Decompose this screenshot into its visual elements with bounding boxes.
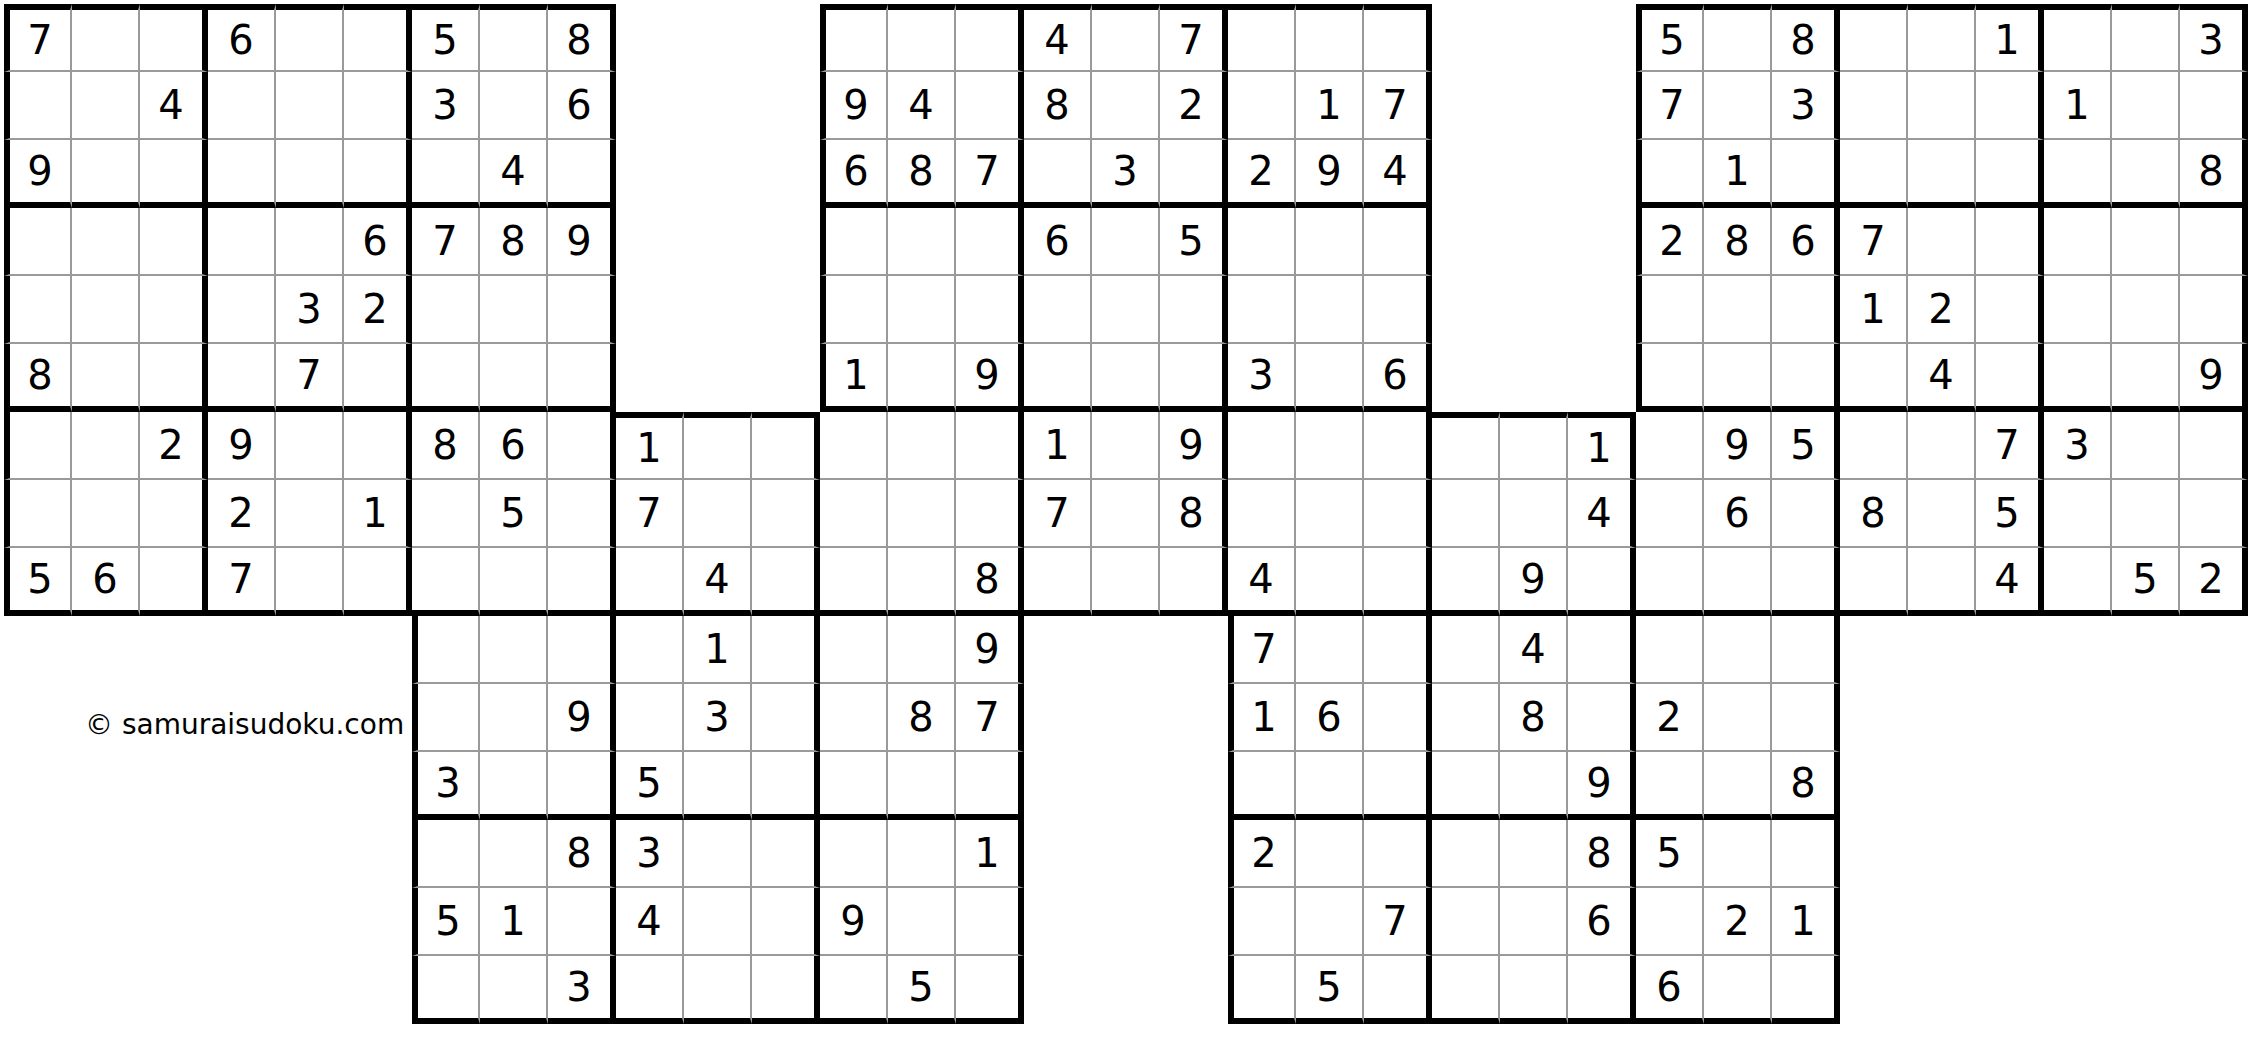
cell-bottom_left-r7c2[interactable] [480, 820, 548, 888]
cell-top_middle-r1c7[interactable] [1228, 4, 1296, 72]
cell-top_right-r6c4[interactable] [1840, 344, 1908, 412]
cell-top_left-r9c6[interactable] [344, 548, 412, 616]
cell-top_middle-r7c1[interactable] [820, 412, 888, 480]
cell-top_left-r7c5[interactable] [276, 412, 344, 480]
cell-top_middle-r3c4[interactable] [1024, 140, 1092, 208]
cell-top_right-r5c9[interactable] [2180, 276, 2248, 344]
cell-top_left-r9c1: 5 [4, 548, 72, 616]
cell-bottom_right-r4c7[interactable] [1636, 616, 1704, 684]
cell-bottom_left-r3c4[interactable] [616, 548, 684, 616]
cell-bottom_left-r4c2[interactable] [480, 616, 548, 684]
cell-top_middle-r4c4: 6 [1024, 208, 1092, 276]
cell-bottom_left-r1c4: 1 [616, 412, 684, 480]
cell-bottom_right-r7c8[interactable] [1704, 820, 1772, 888]
cell-top_right-r9c4[interactable] [1840, 548, 1908, 616]
cell-bottom_left-r5c4[interactable] [616, 684, 684, 752]
cell-bottom_left-r6c6[interactable] [752, 752, 820, 820]
cell-top_middle-r5c8[interactable] [1296, 276, 1364, 344]
cell-bottom_left-r6c3[interactable] [548, 752, 616, 820]
cell-bottom_right-r4c1: 7 [1228, 616, 1296, 684]
cell-top_left-r9c9[interactable] [548, 548, 616, 616]
cell-top_right-r8c1[interactable] [1636, 480, 1704, 548]
cell-top_left-r5c4[interactable] [208, 276, 276, 344]
samurai-sudoku-board: 7658436946789328729862155674794821768732… [0, 0, 2264, 1050]
cell-top_left-r3c4[interactable] [208, 140, 276, 208]
cell-bottom_right-r9c1[interactable] [1228, 956, 1296, 1024]
cell-top_middle-r8c1[interactable] [820, 480, 888, 548]
cell-top_middle-r6c8[interactable] [1296, 344, 1364, 412]
cell-top_middle-r2c2: 4 [888, 72, 956, 140]
board-grid: 7658436946789328729862155674794821768732… [4, 4, 2248, 1024]
cell-bottom_right-r8c3: 7 [1364, 888, 1432, 956]
cell-top_right-r7c1[interactable] [1636, 412, 1704, 480]
cell-top_middle-r4c1[interactable] [820, 208, 888, 276]
cell-top_left-r2c6[interactable] [344, 72, 412, 140]
cell-top_right-r7c9[interactable] [2180, 412, 2248, 480]
cell-top_right-r5c3[interactable] [1772, 276, 1840, 344]
cell-bottom_right-r5c4[interactable] [1432, 684, 1500, 752]
cell-bottom_left-r9c2[interactable] [480, 956, 548, 1024]
cell-top_middle-r1c9[interactable] [1364, 4, 1432, 72]
cell-top_right-r2c4[interactable] [1840, 72, 1908, 140]
cell-bottom_left-r2c5[interactable] [684, 480, 752, 548]
cell-top_right-r8c2: 6 [1704, 480, 1772, 548]
cell-top_middle-r4c8[interactable] [1296, 208, 1364, 276]
cell-bottom_left-r6c8[interactable] [888, 752, 956, 820]
cell-top_left-r3c9[interactable] [548, 140, 616, 208]
cell-bottom_right-r4c4[interactable] [1432, 616, 1500, 684]
cell-top_middle-r5c6[interactable] [1160, 276, 1228, 344]
cell-top_left-r5c3[interactable] [140, 276, 208, 344]
cell-bottom_right-r6c4[interactable] [1432, 752, 1500, 820]
cell-top_left-r1c8[interactable] [480, 4, 548, 72]
cell-bottom_left-r5c9: 7 [956, 684, 1024, 752]
cell-bottom_right-r8c2[interactable] [1296, 888, 1364, 956]
cell-top_left-r3c2[interactable] [72, 140, 140, 208]
cell-top_left-r6c4[interactable] [208, 344, 276, 412]
cell-top_middle-r1c5[interactable] [1092, 4, 1160, 72]
cell-top_left-r1c2[interactable] [72, 4, 140, 72]
cell-top_right-r2c1: 7 [1636, 72, 1704, 140]
cell-bottom_right-r3c4[interactable] [1432, 548, 1500, 616]
cell-top_right-r3c8[interactable] [2112, 140, 2180, 208]
cell-top_middle-r9c9[interactable] [1364, 548, 1432, 616]
cell-bottom_right-r5c3[interactable] [1364, 684, 1432, 752]
cell-bottom_right-r8c4[interactable] [1432, 888, 1500, 956]
cell-bottom_right-r3c6[interactable] [1568, 548, 1636, 616]
cell-top_middle-r3c9: 4 [1364, 140, 1432, 208]
cell-top_right-r7c4[interactable] [1840, 412, 1908, 480]
cell-top_left-r8c4: 2 [208, 480, 276, 548]
cell-bottom_right-r9c5[interactable] [1500, 956, 1568, 1024]
cell-top_right-r2c7: 1 [2044, 72, 2112, 140]
cell-bottom_left-r6c9[interactable] [956, 752, 1024, 820]
cell-top_middle-r6c1: 1 [820, 344, 888, 412]
cell-top_left-r2c1[interactable] [4, 72, 72, 140]
cell-bottom_right-r9c4[interactable] [1432, 956, 1500, 1024]
cell-bottom_left-r6c5[interactable] [684, 752, 752, 820]
cell-top_right-r5c8[interactable] [2112, 276, 2180, 344]
cell-bottom_left-r1c5[interactable] [684, 412, 752, 480]
cell-top_right-r3c9: 8 [2180, 140, 2248, 208]
cell-top_left-r6c5: 7 [276, 344, 344, 412]
cell-top_right-r1c5[interactable] [1908, 4, 1976, 72]
cell-bottom_left-r5c2[interactable] [480, 684, 548, 752]
cell-top_left-r5c7[interactable] [412, 276, 480, 344]
cell-top_right-r6c6[interactable] [1976, 344, 2044, 412]
cell-top_middle-r7c9[interactable] [1364, 412, 1432, 480]
cell-top_middle-r1c2[interactable] [888, 4, 956, 72]
cell-top_right-r2c2[interactable] [1704, 72, 1772, 140]
cell-bottom_left-r8c8[interactable] [888, 888, 956, 956]
cell-top_middle-r5c5[interactable] [1092, 276, 1160, 344]
cell-top_middle-r7c8[interactable] [1296, 412, 1364, 480]
cell-bottom_right-r6c5[interactable] [1500, 752, 1568, 820]
cell-bottom_left-r5c1[interactable] [412, 684, 480, 752]
cell-bottom_left-r8c6[interactable] [752, 888, 820, 956]
cell-top_left-r3c8: 4 [480, 140, 548, 208]
cell-top_right-r7c3: 5 [1772, 412, 1840, 480]
cell-top_right-r6c3[interactable] [1772, 344, 1840, 412]
cell-top_left-r2c2[interactable] [72, 72, 140, 140]
cell-top_left-r6c7[interactable] [412, 344, 480, 412]
cell-top_middle-r9c3: 8 [956, 548, 1024, 616]
cell-bottom_left-r4c6[interactable] [752, 616, 820, 684]
cell-top_right-r8c3[interactable] [1772, 480, 1840, 548]
cell-top_left-r9c7[interactable] [412, 548, 480, 616]
cell-top_left-r3c7[interactable] [412, 140, 480, 208]
cell-top_left-r8c5[interactable] [276, 480, 344, 548]
cell-top_middle-r7c3[interactable] [956, 412, 1024, 480]
cell-top_left-r1c7: 5 [412, 4, 480, 72]
cell-bottom_right-r4c8[interactable] [1704, 616, 1772, 684]
cell-bottom_left-r3c5: 4 [684, 548, 752, 616]
cell-top_middle-r9c2[interactable] [888, 548, 956, 616]
cell-top_middle-r9c5[interactable] [1092, 548, 1160, 616]
cell-top_left-r4c8: 8 [480, 208, 548, 276]
cell-top_right-r1c7[interactable] [2044, 4, 2112, 72]
cell-bottom_left-r2c6[interactable] [752, 480, 820, 548]
cell-bottom_left-r7c3: 8 [548, 820, 616, 888]
cell-top_right-r4c2: 8 [1704, 208, 1772, 276]
cell-bottom_right-r4c9[interactable] [1772, 616, 1840, 684]
cell-top_left-r3c3[interactable] [140, 140, 208, 208]
cell-top_middle-r8c8[interactable] [1296, 480, 1364, 548]
cell-bottom_right-r9c3[interactable] [1364, 956, 1432, 1024]
cell-top_middle-r2c5[interactable] [1092, 72, 1160, 140]
cell-bottom_left-r7c7[interactable] [820, 820, 888, 888]
cell-top_left-r5c9[interactable] [548, 276, 616, 344]
cell-top_right-r9c2[interactable] [1704, 548, 1772, 616]
cell-top_left-r8c7[interactable] [412, 480, 480, 548]
cell-bottom_left-r4c4[interactable] [616, 616, 684, 684]
cell-bottom_left-r5c6[interactable] [752, 684, 820, 752]
cell-top_middle-r5c3[interactable] [956, 276, 1024, 344]
cell-bottom_left-r9c4[interactable] [616, 956, 684, 1024]
cell-top_left-r9c3[interactable] [140, 548, 208, 616]
cell-top_middle-r4c9[interactable] [1364, 208, 1432, 276]
cell-top_middle-r7c2[interactable] [888, 412, 956, 480]
cell-top_right-r1c2[interactable] [1704, 4, 1772, 72]
cell-top_right-r7c5[interactable] [1908, 412, 1976, 480]
cell-top_middle-r6c4[interactable] [1024, 344, 1092, 412]
cell-bottom_right-r7c3[interactable] [1364, 820, 1432, 888]
cell-bottom_left-r8c5[interactable] [684, 888, 752, 956]
cell-bottom_right-r6c8[interactable] [1704, 752, 1772, 820]
cell-top_right-r9c7[interactable] [2044, 548, 2112, 616]
cell-top_left-r7c4: 9 [208, 412, 276, 480]
cell-top_left-r6c9[interactable] [548, 344, 616, 412]
cell-top_middle-r9c8[interactable] [1296, 548, 1364, 616]
cell-top_middle-r5c7[interactable] [1228, 276, 1296, 344]
cell-top_left-r1c5[interactable] [276, 4, 344, 72]
cell-top_right-r7c6: 7 [1976, 412, 2044, 480]
cell-top_middle-r5c2[interactable] [888, 276, 956, 344]
cell-top_middle-r1c8[interactable] [1296, 4, 1364, 72]
cell-top_middle-r9c1[interactable] [820, 548, 888, 616]
cell-top_middle-r2c8: 1 [1296, 72, 1364, 140]
cell-top_middle-r6c2[interactable] [888, 344, 956, 412]
cell-bottom_right-r7c4[interactable] [1432, 820, 1500, 888]
cell-bottom_right-r4c2[interactable] [1296, 616, 1364, 684]
cell-top_left-r5c2[interactable] [72, 276, 140, 344]
cell-top_right-r5c2[interactable] [1704, 276, 1772, 344]
cell-top_left-r3c6[interactable] [344, 140, 412, 208]
cell-top_right-r3c6[interactable] [1976, 140, 2044, 208]
cell-top_middle-r8c7[interactable] [1228, 480, 1296, 548]
cell-top_left-r7c2[interactable] [72, 412, 140, 480]
cell-top_middle-r4c7[interactable] [1228, 208, 1296, 276]
cell-top_left-r6c3[interactable] [140, 344, 208, 412]
cell-top_left-r8c9[interactable] [548, 480, 616, 548]
cell-bottom_right-r6c3[interactable] [1364, 752, 1432, 820]
cell-top_left-r3c5[interactable] [276, 140, 344, 208]
cell-bottom_left-r1c6[interactable] [752, 412, 820, 480]
cell-top_middle-r1c1[interactable] [820, 4, 888, 72]
cell-bottom_right-r5c8[interactable] [1704, 684, 1772, 752]
cell-bottom_left-r4c8[interactable] [888, 616, 956, 684]
cell-bottom_left-r6c7[interactable] [820, 752, 888, 820]
cell-top_left-r4c5[interactable] [276, 208, 344, 276]
cell-top_middle-r4c2[interactable] [888, 208, 956, 276]
cell-top_right-r6c8[interactable] [2112, 344, 2180, 412]
cell-bottom_right-r6c7[interactable] [1636, 752, 1704, 820]
cell-top_left-r8c6: 1 [344, 480, 412, 548]
cell-bottom_right-r9c2: 5 [1296, 956, 1364, 1024]
cell-bottom_right-r8c7[interactable] [1636, 888, 1704, 956]
cell-bottom_left-r9c8: 5 [888, 956, 956, 1024]
cell-bottom_right-r2c5[interactable] [1500, 480, 1568, 548]
cell-top_right-r1c8[interactable] [2112, 4, 2180, 72]
cell-top_middle-r7c7[interactable] [1228, 412, 1296, 480]
cell-top_right-r4c7[interactable] [2044, 208, 2112, 276]
cell-top_left-r5c8[interactable] [480, 276, 548, 344]
cell-top_right-r3c4[interactable] [1840, 140, 1908, 208]
cell-top_left-r4c4[interactable] [208, 208, 276, 276]
cell-top_middle-r8c2[interactable] [888, 480, 956, 548]
cell-top_right-r5c7[interactable] [2044, 276, 2112, 344]
cell-bottom_left-r9c1[interactable] [412, 956, 480, 1024]
cell-bottom_left-r6c1: 3 [412, 752, 480, 820]
cell-bottom_left-r4c1[interactable] [412, 616, 480, 684]
cell-top_right-r8c7[interactable] [2044, 480, 2112, 548]
cell-top_left-r1c3[interactable] [140, 4, 208, 72]
cell-top_middle-r2c4: 8 [1024, 72, 1092, 140]
cell-top_right-r1c4[interactable] [1840, 4, 1908, 72]
cell-bottom_left-r9c6[interactable] [752, 956, 820, 1024]
cell-bottom_left-r8c2: 1 [480, 888, 548, 956]
cell-bottom_right-r7c2[interactable] [1296, 820, 1364, 888]
cell-top_left-r1c4: 6 [208, 4, 276, 72]
cell-bottom_right-r4c6[interactable] [1568, 616, 1636, 684]
cell-top_left-r8c1[interactable] [4, 480, 72, 548]
cell-top_middle-r1c3[interactable] [956, 4, 1024, 72]
cell-top_right-r8c8[interactable] [2112, 480, 2180, 548]
cell-top_middle-r4c5[interactable] [1092, 208, 1160, 276]
cell-top_left-r6c8[interactable] [480, 344, 548, 412]
cell-top_right-r2c3: 3 [1772, 72, 1840, 140]
cell-top_left-r8c3[interactable] [140, 480, 208, 548]
cell-bottom_right-r4c3[interactable] [1364, 616, 1432, 684]
cell-bottom_left-r4c7[interactable] [820, 616, 888, 684]
cell-top_right-r6c1[interactable] [1636, 344, 1704, 412]
cell-bottom_right-r5c9[interactable] [1772, 684, 1840, 752]
cell-bottom_right-r1c5[interactable] [1500, 412, 1568, 480]
cell-bottom_left-r9c7[interactable] [820, 956, 888, 1024]
cell-bottom_right-r8c1[interactable] [1228, 888, 1296, 956]
cell-top_middle-r4c3[interactable] [956, 208, 1024, 276]
cell-bottom_left-r9c5[interactable] [684, 956, 752, 1024]
cell-top_middle-r9c6[interactable] [1160, 548, 1228, 616]
cell-top_middle-r8c5[interactable] [1092, 480, 1160, 548]
cell-bottom_left-r5c7[interactable] [820, 684, 888, 752]
cell-bottom_right-r2c4[interactable] [1432, 480, 1500, 548]
cell-bottom_right-r9c6[interactable] [1568, 956, 1636, 1024]
cell-top_right-r7c8[interactable] [2112, 412, 2180, 480]
cell-top_right-r4c4: 7 [1840, 208, 1908, 276]
cell-top_middle-r2c3[interactable] [956, 72, 1024, 140]
cell-top_left-r2c8[interactable] [480, 72, 548, 140]
cell-top_middle-r7c5[interactable] [1092, 412, 1160, 480]
cell-top_left-r9c4: 7 [208, 548, 276, 616]
cell-top_right-r2c5[interactable] [1908, 72, 1976, 140]
cell-top_right-r4c8[interactable] [2112, 208, 2180, 276]
cell-top_right-r9c3[interactable] [1772, 548, 1840, 616]
cell-bottom_right-r7c9[interactable] [1772, 820, 1840, 888]
cell-bottom_right-r5c1: 1 [1228, 684, 1296, 752]
cell-top_left-r4c3[interactable] [140, 208, 208, 276]
cell-top_middle-r8c9[interactable] [1364, 480, 1432, 548]
cell-top_middle-r9c4[interactable] [1024, 548, 1092, 616]
cell-top_left-r7c7: 8 [412, 412, 480, 480]
cell-bottom_left-r3c6[interactable] [752, 548, 820, 616]
cell-top_right-r6c2[interactable] [1704, 344, 1772, 412]
cell-bottom_right-r6c2[interactable] [1296, 752, 1364, 820]
cell-top_left-r2c5[interactable] [276, 72, 344, 140]
cell-top_left-r1c6[interactable] [344, 4, 412, 72]
cell-top_right-r3c7[interactable] [2044, 140, 2112, 208]
cell-bottom_left-r4c3[interactable] [548, 616, 616, 684]
cell-bottom_left-r7c1[interactable] [412, 820, 480, 888]
cell-top_middle-r4c6: 5 [1160, 208, 1228, 276]
cell-top_left-r6c2[interactable] [72, 344, 140, 412]
cell-top_middle-r5c9[interactable] [1364, 276, 1432, 344]
cell-top_left-r6c6[interactable] [344, 344, 412, 412]
cell-top_left-r2c4[interactable] [208, 72, 276, 140]
cell-top_middle-r6c6[interactable] [1160, 344, 1228, 412]
cell-top_right-r2c9[interactable] [2180, 72, 2248, 140]
cell-bottom_left-r8c3[interactable] [548, 888, 616, 956]
cell-top_middle-r7c6: 9 [1160, 412, 1228, 480]
cell-top_right-r8c9[interactable] [2180, 480, 2248, 548]
cell-bottom_left-r7c6[interactable] [752, 820, 820, 888]
cell-top_middle-r3c5: 3 [1092, 140, 1160, 208]
cell-top_middle-r5c1[interactable] [820, 276, 888, 344]
cell-top_right-r3c1[interactable] [1636, 140, 1704, 208]
cell-bottom_right-r8c5[interactable] [1500, 888, 1568, 956]
cell-bottom_left-r8c4: 4 [616, 888, 684, 956]
cell-bottom_right-r6c1[interactable] [1228, 752, 1296, 820]
cell-top_middle-r6c5[interactable] [1092, 344, 1160, 412]
cell-top_right-r8c5[interactable] [1908, 480, 1976, 548]
cell-top_left-r5c1[interactable] [4, 276, 72, 344]
cell-top_right-r9c5[interactable] [1908, 548, 1976, 616]
cell-top_middle-r8c3[interactable] [956, 480, 1024, 548]
cell-bottom_left-r8c7: 9 [820, 888, 888, 956]
cell-top_left-r9c5[interactable] [276, 548, 344, 616]
cell-bottom_left-r9c9[interactable] [956, 956, 1024, 1024]
cell-bottom_right-r1c4[interactable] [1432, 412, 1500, 480]
cell-top_left-r9c8[interactable] [480, 548, 548, 616]
cell-bottom_left-r7c8[interactable] [888, 820, 956, 888]
cell-top_left-r4c2[interactable] [72, 208, 140, 276]
cell-top_left-r1c1: 7 [4, 4, 72, 72]
cell-top_left-r7c8: 6 [480, 412, 548, 480]
cell-top_middle-r3c6[interactable] [1160, 140, 1228, 208]
cell-bottom_right-r9c8[interactable] [1704, 956, 1772, 1024]
cell-top_right-r9c1[interactable] [1636, 548, 1704, 616]
cell-top_right-r2c6[interactable] [1976, 72, 2044, 140]
cell-top_right-r2c8[interactable] [2112, 72, 2180, 140]
cell-bottom_right-r5c6[interactable] [1568, 684, 1636, 752]
cell-top_middle-r2c7[interactable] [1228, 72, 1296, 140]
cell-top_middle-r5c4[interactable] [1024, 276, 1092, 344]
cell-top_middle-r3c1: 6 [820, 140, 888, 208]
cell-top_left-r7c9[interactable] [548, 412, 616, 480]
cell-bottom_right-r9c9[interactable] [1772, 956, 1840, 1024]
cell-top_left-r4c1[interactable] [4, 208, 72, 276]
cell-top_right-r4c1: 2 [1636, 208, 1704, 276]
cell-top_left-r7c1[interactable] [4, 412, 72, 480]
cell-top_right-r4c5[interactable] [1908, 208, 1976, 276]
cell-top_left-r2c3: 4 [140, 72, 208, 140]
cell-top_right-r4c6[interactable] [1976, 208, 2044, 276]
cell-top_right-r5c6[interactable] [1976, 276, 2044, 344]
cell-top_right-r6c7[interactable] [2044, 344, 2112, 412]
cell-top_left-r8c2[interactable] [72, 480, 140, 548]
cell-bottom_left-r7c5[interactable] [684, 820, 752, 888]
cell-bottom_left-r6c2[interactable] [480, 752, 548, 820]
cell-bottom_right-r8c8: 2 [1704, 888, 1772, 956]
cell-bottom_left-r8c9[interactable] [956, 888, 1024, 956]
cell-top_right-r3c3[interactable] [1772, 140, 1840, 208]
cell-top_right-r5c1[interactable] [1636, 276, 1704, 344]
cell-top_right-r3c5[interactable] [1908, 140, 1976, 208]
cell-bottom_right-r7c5[interactable] [1500, 820, 1568, 888]
cell-bottom_right-r6c9: 8 [1772, 752, 1840, 820]
cell-top_left-r7c6[interactable] [344, 412, 412, 480]
cell-top_right-r4c9[interactable] [2180, 208, 2248, 276]
